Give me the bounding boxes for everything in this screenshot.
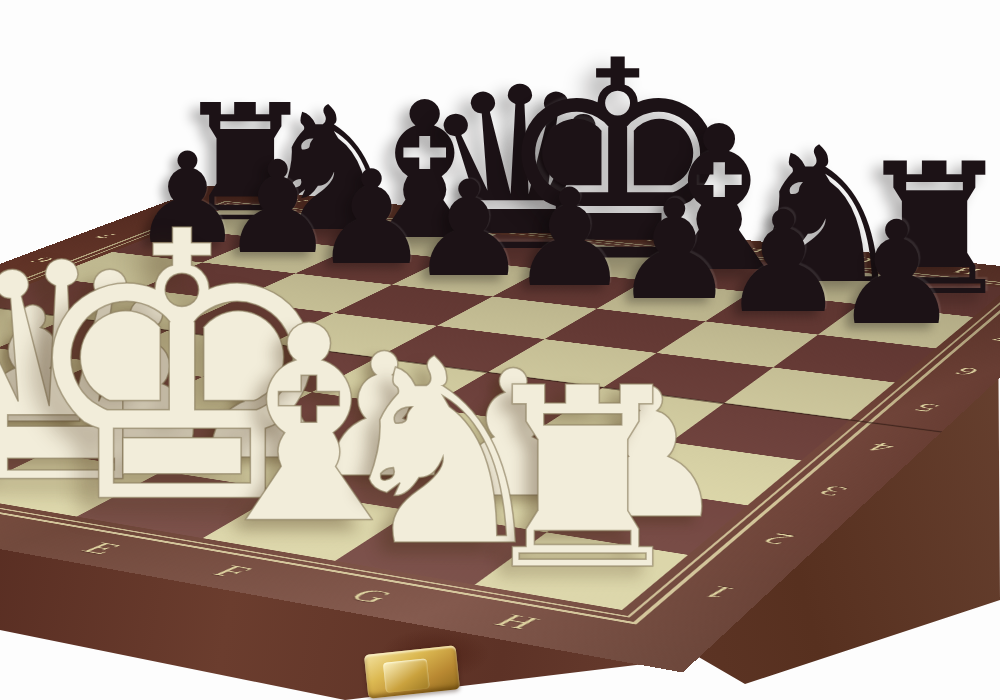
piece-white-rook-h1[interactable]: ♜ [471,355,695,604]
chess-set-photo: AABBCCDDEEFFGGHH1122334455667788 ♜♞♝♛♚♝♞… [0,0,1000,700]
piece-black-pawn-h7[interactable]: ♟ [832,203,960,346]
piece-black-pawn-g7[interactable]: ♟ [721,192,847,332]
brass-clasp [364,645,460,698]
piece-black-pawn-f7[interactable]: ♟ [613,182,736,319]
